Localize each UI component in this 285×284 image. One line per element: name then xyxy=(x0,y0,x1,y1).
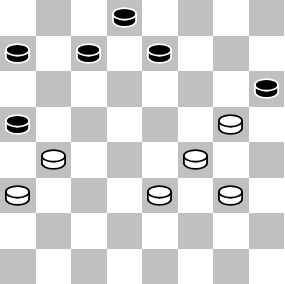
board-square-r0c2 xyxy=(71,0,107,36)
board-square-r5c6[interactable] xyxy=(213,178,249,214)
board-square-r7c1 xyxy=(36,249,72,284)
white-checker-piece[interactable] xyxy=(3,183,32,208)
board-square-r3c1 xyxy=(36,107,72,143)
board-square-r6c0 xyxy=(0,213,36,249)
checkers-board xyxy=(0,0,284,284)
board-square-r7c0[interactable] xyxy=(0,249,36,284)
board-square-r0c5[interactable] xyxy=(178,0,214,36)
board-square-r4c0 xyxy=(0,142,36,178)
board-square-r1c4[interactable] xyxy=(142,36,178,72)
board-square-r6c3[interactable] xyxy=(107,213,143,249)
board-square-r7c3 xyxy=(107,249,143,284)
board-square-r5c1 xyxy=(36,178,72,214)
black-checker-piece[interactable] xyxy=(252,76,281,101)
board-square-r6c6 xyxy=(213,213,249,249)
board-square-r7c7 xyxy=(249,249,285,284)
board-square-r4c2 xyxy=(71,142,107,178)
board-square-r6c4 xyxy=(142,213,178,249)
board-square-r1c3 xyxy=(107,36,143,72)
board-square-r1c0[interactable] xyxy=(0,36,36,72)
board-square-r4c4 xyxy=(142,142,178,178)
black-checker-piece[interactable] xyxy=(74,41,103,66)
board-square-r7c2[interactable] xyxy=(71,249,107,284)
board-square-r3c2[interactable] xyxy=(71,107,107,143)
board-square-r3c0[interactable] xyxy=(0,107,36,143)
board-square-r2c1[interactable] xyxy=(36,71,72,107)
board-square-r2c5[interactable] xyxy=(178,71,214,107)
board-square-r2c7[interactable] xyxy=(249,71,285,107)
board-square-r4c6 xyxy=(213,142,249,178)
board-square-r6c5[interactable] xyxy=(178,213,214,249)
board-square-r4c1[interactable] xyxy=(36,142,72,178)
board-square-r2c3[interactable] xyxy=(107,71,143,107)
board-square-r5c3 xyxy=(107,178,143,214)
board-square-r3c6[interactable] xyxy=(213,107,249,143)
board-square-r7c6[interactable] xyxy=(213,249,249,284)
board-square-r1c7 xyxy=(249,36,285,72)
board-square-r2c6 xyxy=(213,71,249,107)
black-checker-piece[interactable] xyxy=(3,112,32,137)
board-square-r0c3[interactable] xyxy=(107,0,143,36)
board-square-r6c1[interactable] xyxy=(36,213,72,249)
board-square-r3c3 xyxy=(107,107,143,143)
board-square-r5c5 xyxy=(178,178,214,214)
white-checker-piece[interactable] xyxy=(181,147,210,172)
white-checker-piece[interactable] xyxy=(39,147,68,172)
board-square-r0c7[interactable] xyxy=(249,0,285,36)
board-square-r5c7 xyxy=(249,178,285,214)
board-square-r3c5 xyxy=(178,107,214,143)
board-square-r1c2[interactable] xyxy=(71,36,107,72)
board-square-r0c1[interactable] xyxy=(36,0,72,36)
board-square-r2c4 xyxy=(142,71,178,107)
board-square-r1c1 xyxy=(36,36,72,72)
black-checker-piece[interactable] xyxy=(145,41,174,66)
board-square-r6c7[interactable] xyxy=(249,213,285,249)
board-square-r4c3[interactable] xyxy=(107,142,143,178)
board-square-r4c7[interactable] xyxy=(249,142,285,178)
white-checker-piece[interactable] xyxy=(216,112,245,137)
board-square-r5c2[interactable] xyxy=(71,178,107,214)
black-checker-piece[interactable] xyxy=(3,41,32,66)
board-square-r7c4[interactable] xyxy=(142,249,178,284)
board-square-r0c4 xyxy=(142,0,178,36)
white-checker-piece[interactable] xyxy=(145,183,174,208)
board-square-r5c4[interactable] xyxy=(142,178,178,214)
board-square-r1c6[interactable] xyxy=(213,36,249,72)
board-square-r0c0 xyxy=(0,0,36,36)
board-square-r7c5 xyxy=(178,249,214,284)
white-checker-piece[interactable] xyxy=(216,183,245,208)
board-square-r0c6 xyxy=(213,0,249,36)
board-square-r6c2 xyxy=(71,213,107,249)
board-square-r3c4[interactable] xyxy=(142,107,178,143)
board-square-r4c5[interactable] xyxy=(178,142,214,178)
black-checker-piece[interactable] xyxy=(110,5,139,30)
board-square-r2c0 xyxy=(0,71,36,107)
board-square-r1c5 xyxy=(178,36,214,72)
board-square-r3c7 xyxy=(249,107,285,143)
board-square-r5c0[interactable] xyxy=(0,178,36,214)
board-square-r2c2 xyxy=(71,71,107,107)
